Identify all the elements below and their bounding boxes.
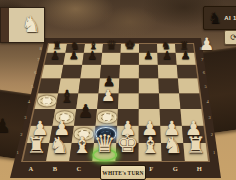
file-label-F: F [149, 165, 153, 172]
file-label-C: C [77, 165, 82, 172]
square-a6[interactable] [41, 65, 63, 79]
square-f5[interactable] [139, 78, 159, 93]
file-label-B: B [53, 165, 58, 172]
piece-black-pawn-a7[interactable]: ♟ [50, 50, 60, 61]
rank-label-left-1: 1 [16, 150, 18, 155]
piece-white-rook-a1[interactable]: ♜ [26, 134, 46, 157]
file-label-A: A [28, 165, 33, 172]
piece-white-bishop-f1[interactable]: ♝ [140, 134, 160, 157]
square-e5[interactable] [119, 78, 139, 93]
piece-white-rook-h1[interactable]: ♜ [185, 134, 205, 157]
square-d7[interactable] [101, 53, 120, 65]
turn-status-panel: WHITE's TURN [100, 165, 146, 180]
square-f4[interactable] [139, 93, 160, 109]
square-a5[interactable] [38, 78, 61, 93]
square-c5[interactable] [78, 78, 100, 93]
black-knight-icon: ♞ [208, 10, 222, 26]
piece-black-pawn-c7[interactable]: ♟ [87, 50, 97, 61]
square-e7[interactable] [120, 53, 139, 65]
square-e6[interactable] [119, 65, 139, 79]
offboard-black-piece: ♟ [0, 116, 11, 135]
rank-label-left-2: 2 [20, 132, 22, 137]
piece-white-queen-d1[interactable]: ♛ [94, 132, 116, 157]
square-c6[interactable] [80, 65, 101, 79]
square-b6[interactable] [61, 65, 82, 79]
file-label-G: G [173, 165, 178, 172]
move-indicator-d3[interactable] [97, 111, 118, 125]
indicator-ornament [40, 97, 52, 105]
offboard-white-pawn: ♟ [199, 36, 214, 53]
square-g6[interactable] [158, 65, 178, 79]
flip-icon: ⟳ [230, 33, 236, 42]
piece-white-bishop-c1[interactable]: ♝ [72, 134, 92, 157]
piece-black-king-e8[interactable]: ♚ [124, 38, 136, 51]
square-g4[interactable] [159, 93, 180, 109]
turn-status-label: WHITE's TURN [102, 170, 143, 176]
square-h6[interactable] [177, 65, 198, 79]
indicator-ornament [101, 113, 114, 121]
square-g5[interactable] [158, 78, 179, 93]
square-h4[interactable] [179, 93, 201, 109]
piece-black-pawn-f7[interactable]: ♟ [143, 50, 153, 61]
file-label-H: H [197, 165, 202, 172]
square-e4[interactable] [118, 93, 139, 109]
flip-board-button[interactable]: ⟳ [224, 30, 236, 45]
ai-player-label: AI 1 [224, 15, 236, 21]
rank-label-right-2: 2 [211, 132, 213, 137]
player-panel-ai[interactable]: ♞ AI 1 [203, 6, 236, 30]
player-panel-white[interactable]: ♞ [0, 7, 45, 43]
piece-white-knight-b1[interactable]: ♞ [49, 134, 69, 157]
piece-black-pawn-b7[interactable]: ♟ [69, 50, 79, 61]
piece-black-pawn-h7[interactable]: ♟ [181, 50, 191, 61]
piece-black-queen-d8[interactable]: ♛ [106, 38, 118, 51]
rank-label-right-1: 1 [213, 150, 215, 155]
white-knight-icon: ♞ [21, 14, 41, 36]
piece-white-pawn-d4[interactable]: ♟ [101, 88, 115, 104]
piece-white-knight-g1[interactable]: ♞ [163, 134, 183, 157]
piece-black-pawn-c3[interactable]: ♟ [78, 103, 94, 121]
piece-black-bishop-b4[interactable]: ♝ [59, 88, 74, 105]
piece-white-king-e1[interactable]: ♚ [116, 132, 138, 157]
square-h5[interactable] [178, 78, 199, 93]
square-f6[interactable] [139, 65, 159, 79]
piece-black-pawn-g7[interactable]: ♟ [162, 50, 172, 61]
